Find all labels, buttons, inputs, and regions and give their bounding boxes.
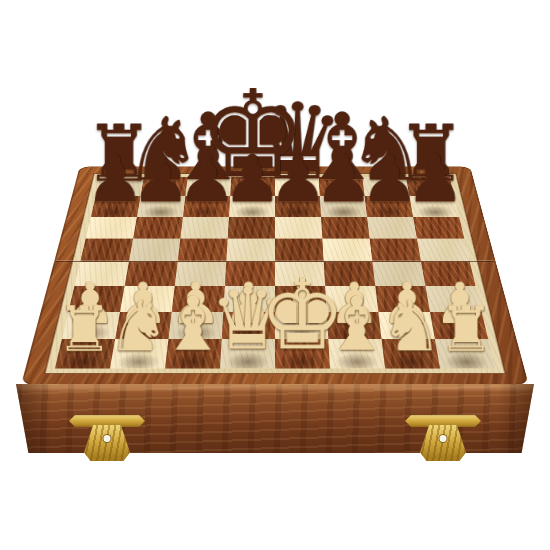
square-c8[interactable] — [185, 177, 231, 197]
square-e7[interactable] — [275, 196, 321, 217]
square-c1[interactable] — [165, 339, 222, 368]
square-f6[interactable] — [321, 217, 370, 239]
hinge-seam-line — [56, 261, 494, 262]
square-d7[interactable] — [229, 196, 275, 217]
square-a3[interactable] — [68, 286, 124, 312]
square-b1[interactable] — [110, 339, 168, 368]
square-h6[interactable] — [413, 217, 464, 239]
box-front-panel — [16, 384, 534, 453]
square-d4[interactable] — [225, 262, 275, 286]
chess-set-photo: ♜♞♝♚♛♝♞♜♟♟♟♟♟♟♟♟♟♟♟♟♟♟♟♟♜♞♝♛♚♝♞♜ — [0, 0, 550, 550]
clasp-fan-icon — [420, 425, 466, 461]
square-c4[interactable] — [175, 262, 227, 286]
square-d3[interactable] — [223, 286, 275, 312]
square-h3[interactable] — [425, 286, 481, 312]
square-b7[interactable] — [137, 196, 185, 217]
square-e3[interactable] — [275, 286, 327, 312]
square-e6[interactable] — [275, 217, 322, 239]
square-f7[interactable] — [320, 196, 367, 217]
square-c5[interactable] — [178, 239, 228, 262]
square-a1[interactable] — [55, 339, 115, 368]
square-h7[interactable] — [409, 196, 459, 217]
brass-clasp-left[interactable] — [69, 415, 145, 495]
square-e4[interactable] — [275, 262, 325, 286]
square-b2[interactable] — [115, 312, 172, 339]
wood-frame — [21, 167, 529, 385]
square-h2[interactable] — [430, 312, 488, 339]
playing-surface — [55, 177, 495, 369]
clasp-hole-icon — [440, 435, 447, 442]
square-d1[interactable] — [220, 339, 275, 368]
square-g8[interactable] — [362, 177, 409, 197]
square-f5[interactable] — [322, 239, 372, 262]
square-d6[interactable] — [228, 217, 275, 239]
square-f2[interactable] — [327, 312, 382, 339]
square-a8[interactable] — [96, 177, 144, 197]
square-a5[interactable] — [80, 239, 133, 262]
square-g7[interactable] — [365, 196, 413, 217]
square-c7[interactable] — [183, 196, 230, 217]
square-h5[interactable] — [417, 239, 470, 262]
square-f1[interactable] — [328, 339, 385, 368]
square-f3[interactable] — [325, 286, 378, 312]
square-f4[interactable] — [324, 262, 376, 286]
square-a6[interactable] — [86, 217, 137, 239]
square-d5[interactable] — [226, 239, 275, 262]
square-g1[interactable] — [382, 339, 440, 368]
square-a4[interactable] — [75, 262, 129, 286]
square-e1[interactable] — [275, 339, 330, 368]
square-f8[interactable] — [319, 177, 365, 197]
clasp-fan-icon — [84, 425, 130, 461]
square-h1[interactable] — [435, 339, 495, 368]
square-g2[interactable] — [378, 312, 435, 339]
square-b3[interactable] — [120, 286, 175, 312]
square-c3[interactable] — [172, 286, 225, 312]
square-h8[interactable] — [406, 177, 454, 197]
square-h4[interactable] — [421, 262, 475, 286]
square-d2[interactable] — [222, 312, 275, 339]
square-g6[interactable] — [367, 217, 417, 239]
square-e8[interactable] — [275, 177, 320, 197]
square-e2[interactable] — [275, 312, 328, 339]
square-a7[interactable] — [91, 196, 141, 217]
square-b6[interactable] — [133, 217, 183, 239]
square-d8[interactable] — [230, 177, 275, 197]
clasp-hole-icon — [104, 435, 111, 442]
brass-clasp-right[interactable] — [405, 415, 481, 495]
square-a2[interactable] — [62, 312, 120, 339]
square-c6[interactable] — [180, 217, 229, 239]
board-top-face: ♜♞♝♚♛♝♞♜♟♟♟♟♟♟♟♟♟♟♟♟♟♟♟♟♜♞♝♛♚♝♞♜ — [21, 167, 529, 385]
square-g3[interactable] — [375, 286, 430, 312]
square-g5[interactable] — [370, 239, 421, 262]
square-e5[interactable] — [275, 239, 324, 262]
square-b8[interactable] — [141, 177, 188, 197]
square-g4[interactable] — [372, 262, 425, 286]
square-b5[interactable] — [129, 239, 180, 262]
square-c2[interactable] — [168, 312, 223, 339]
square-b4[interactable] — [125, 262, 178, 286]
